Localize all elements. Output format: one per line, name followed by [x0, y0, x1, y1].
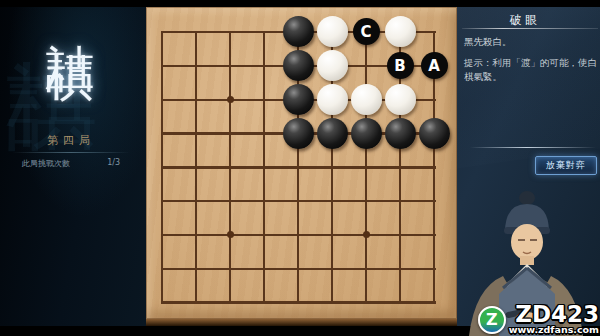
- board-cell[interactable]: [349, 150, 383, 184]
- board-cell[interactable]: [315, 15, 349, 49]
- board-cell[interactable]: [281, 184, 315, 218]
- white-stone: [385, 84, 416, 115]
- white-stone: [385, 16, 416, 47]
- board-cell[interactable]: [179, 184, 213, 218]
- board-cell[interactable]: [281, 218, 315, 252]
- zdfans-logo-icon: Z: [478, 306, 506, 334]
- board-cell[interactable]: [247, 49, 281, 83]
- board-cell[interactable]: [281, 252, 315, 286]
- black-stone: [385, 118, 416, 149]
- attempts-value: 1/3: [107, 158, 120, 169]
- board-cell[interactable]: [417, 150, 451, 184]
- face: [511, 224, 543, 260]
- give-up-button[interactable]: 放棄對弈: [535, 156, 597, 175]
- neck: [520, 256, 534, 265]
- ink-wash-texture: [0, 0, 150, 230]
- board-cell[interactable]: [247, 116, 281, 150]
- board-cell[interactable]: [417, 83, 451, 117]
- watermark: Z ZD423 www.zdfans.com: [478, 304, 599, 335]
- board-cell[interactable]: [349, 252, 383, 286]
- board-cell[interactable]: [179, 15, 213, 49]
- hint-text: 提示：利用「渡」的可能，使白棋氣緊。: [464, 56, 598, 83]
- board-cell[interactable]: [213, 218, 247, 252]
- black-stone: [283, 118, 314, 149]
- black-stone: [283, 50, 314, 81]
- board-cell[interactable]: [179, 252, 213, 286]
- board-cell[interactable]: [383, 218, 417, 252]
- board-cell[interactable]: [315, 285, 349, 319]
- board-cell[interactable]: [145, 116, 179, 150]
- option-stone-c[interactable]: C: [353, 18, 380, 45]
- letterbox-top: [0, 0, 600, 7]
- white-stone: [317, 50, 348, 81]
- board-cell[interactable]: [247, 15, 281, 49]
- board-cell[interactable]: [281, 285, 315, 319]
- board-cell[interactable]: [247, 83, 281, 117]
- board-cell[interactable]: [145, 83, 179, 117]
- board-cell[interactable]: [383, 285, 417, 319]
- board-cell[interactable]: [213, 15, 247, 49]
- board-cell[interactable]: [145, 184, 179, 218]
- board-cell[interactable]: [383, 252, 417, 286]
- panel-divider: [470, 147, 596, 148]
- board-cell[interactable]: [281, 150, 315, 184]
- board-cell[interactable]: [349, 218, 383, 252]
- board-cell[interactable]: [315, 252, 349, 286]
- board-cell[interactable]: [213, 116, 247, 150]
- board-cell[interactable]: [417, 15, 451, 49]
- board-cell[interactable]: [247, 150, 281, 184]
- board-cell[interactable]: [179, 116, 213, 150]
- board-cell[interactable]: [349, 116, 383, 150]
- black-stone: [283, 84, 314, 115]
- board-cell[interactable]: [179, 83, 213, 117]
- board-cell[interactable]: [281, 83, 315, 117]
- puzzle-mode-title: 詰棋: [40, 4, 100, 24]
- black-stone: [283, 16, 314, 47]
- board-cell[interactable]: [247, 218, 281, 252]
- objective-text: 黑先殺白。: [464, 36, 512, 49]
- board-cell[interactable]: [281, 49, 315, 83]
- board-cell[interactable]: [315, 83, 349, 117]
- board-cell[interactable]: [179, 285, 213, 319]
- board-cell[interactable]: [349, 49, 383, 83]
- title-underline: [462, 28, 598, 29]
- board-cell[interactable]: [417, 116, 451, 150]
- board-cell[interactable]: A: [417, 49, 451, 83]
- board-cell[interactable]: B: [383, 49, 417, 83]
- white-stone: [317, 16, 348, 47]
- board-cell[interactable]: [315, 184, 349, 218]
- board-cell[interactable]: [315, 116, 349, 150]
- board-cell[interactable]: [213, 150, 247, 184]
- option-stone-a[interactable]: A: [421, 52, 448, 79]
- star-point: [227, 96, 234, 103]
- black-stone: [317, 118, 348, 149]
- board-cell[interactable]: [213, 83, 247, 117]
- board-cell[interactable]: [315, 150, 349, 184]
- board-cell[interactable]: [281, 15, 315, 49]
- board-cell[interactable]: [383, 15, 417, 49]
- star-point: [363, 231, 370, 238]
- board-cell[interactable]: [281, 116, 315, 150]
- board-cell[interactable]: [349, 285, 383, 319]
- board-cell[interactable]: [213, 184, 247, 218]
- board-cell[interactable]: [247, 252, 281, 286]
- board-cell[interactable]: [145, 49, 179, 83]
- board-cell[interactable]: [247, 184, 281, 218]
- board-cell[interactable]: [349, 83, 383, 117]
- cap-bun: [519, 191, 535, 205]
- star-point: [227, 231, 234, 238]
- attempts-label: 此局挑戰次數: [22, 158, 70, 169]
- board-cell[interactable]: [315, 218, 349, 252]
- board-cell[interactable]: [383, 184, 417, 218]
- board-cell[interactable]: [383, 83, 417, 117]
- board-cell[interactable]: [213, 252, 247, 286]
- board-cell[interactable]: [145, 285, 179, 319]
- game-screen: 詰棋 CBA 詰棋 第四局 此局挑戰次數 1/3 破眼 黑先殺白。 提示：利用「…: [0, 0, 600, 336]
- puzzle-title: 破眼: [460, 12, 590, 29]
- white-stone: [351, 84, 382, 115]
- black-stone: [351, 118, 382, 149]
- stage-label: 第四局: [0, 133, 142, 148]
- black-stone: [419, 118, 450, 149]
- board-cell[interactable]: [145, 15, 179, 49]
- board-cell[interactable]: [213, 285, 247, 319]
- board-cell[interactable]: [145, 252, 179, 286]
- board-cell[interactable]: [213, 49, 247, 83]
- board-cell[interactable]: [179, 218, 213, 252]
- board-front-edge: [146, 319, 457, 326]
- board-cell[interactable]: [145, 150, 179, 184]
- board-cell[interactable]: [315, 49, 349, 83]
- board-cell[interactable]: [349, 184, 383, 218]
- board-cell[interactable]: C: [349, 15, 383, 49]
- sidebar-divider: [12, 152, 130, 153]
- board-cell[interactable]: [179, 150, 213, 184]
- board-cell[interactable]: [145, 218, 179, 252]
- white-stone: [317, 84, 348, 115]
- watermark-brand: ZD423: [515, 304, 599, 324]
- board-cell[interactable]: [383, 150, 417, 184]
- watermark-site: www.zdfans.com: [509, 324, 599, 335]
- board-cell[interactable]: [247, 285, 281, 319]
- board-cell[interactable]: [179, 49, 213, 83]
- board-cell[interactable]: [383, 116, 417, 150]
- board-grid: CBA: [145, 15, 451, 319]
- attempts-row: 此局挑戰次數 1/3: [22, 158, 120, 169]
- option-stone-b[interactable]: B: [387, 52, 414, 79]
